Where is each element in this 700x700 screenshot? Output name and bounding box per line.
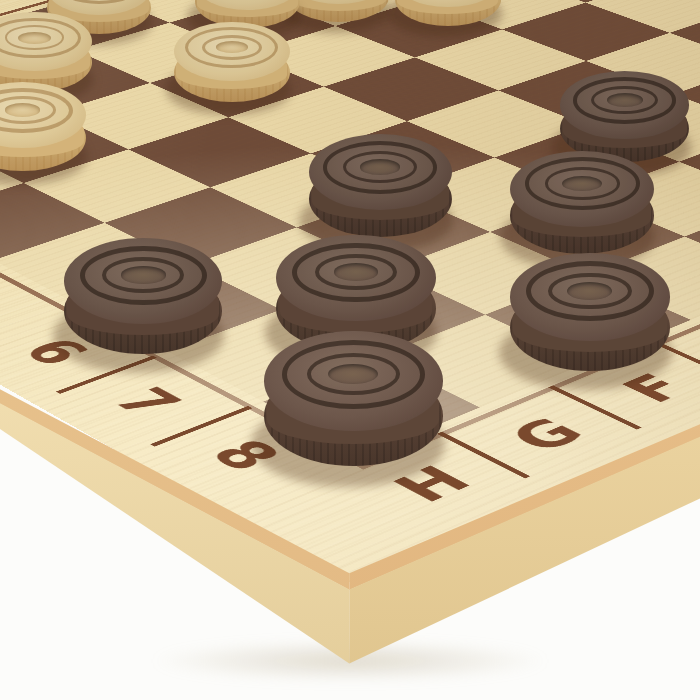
piece-hub [18,32,50,44]
piece-ring-outer [57,0,141,4]
piece-hub [121,266,165,283]
piece-light-f2[interactable] [0,12,92,92]
piece-hub [334,263,379,280]
checkers-board-photo: FGH678 [0,0,700,700]
piece-top-face [264,331,443,430]
piece-dark-d6[interactable] [560,71,689,162]
piece-top-face [510,253,670,340]
piece-light-c3[interactable] [395,0,501,26]
piece-light-g3[interactable] [0,82,86,171]
piece-light-c2[interactable] [288,0,389,22]
pieces-layer [0,0,700,700]
piece-dark-f8[interactable] [510,253,670,371]
piece-hub [360,159,400,174]
piece-dark-f6[interactable] [309,134,452,236]
piece-top-face [276,235,435,321]
piece-hub [567,282,612,299]
piece-top-face [309,134,452,210]
piece-top-face [560,71,689,139]
piece-top-face [64,238,222,324]
piece-light-e3[interactable] [174,22,290,102]
piece-dark-e7[interactable] [510,151,654,254]
piece-hub [607,93,643,107]
piece-top-face [174,22,290,81]
piece-hub [5,103,41,116]
piece-top-face [510,151,654,227]
piece-dark-h6[interactable] [64,238,222,354]
piece-dark-h8[interactable] [264,331,443,465]
